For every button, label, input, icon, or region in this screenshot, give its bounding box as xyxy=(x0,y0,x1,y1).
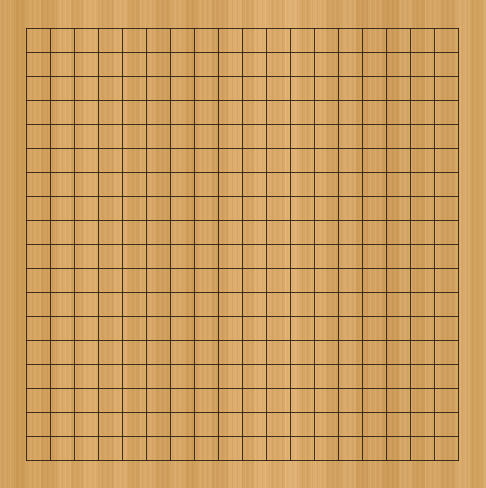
board-grid[interactable] xyxy=(14,16,470,472)
go-board xyxy=(0,0,486,488)
